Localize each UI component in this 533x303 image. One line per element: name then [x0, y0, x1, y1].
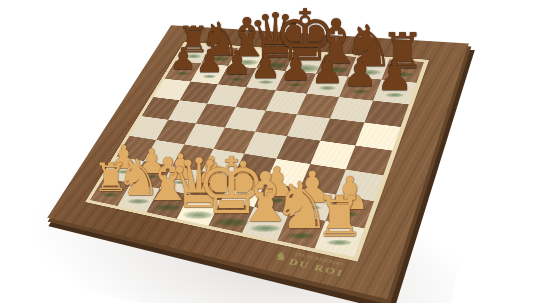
knight-rider-icon: ♞ [273, 250, 290, 264]
piece-white-rook-h1[interactable]: ♜ [314, 189, 364, 245]
piece-black-pawn-a7[interactable]: ♟ [169, 44, 196, 74]
piece-black-pawn-d7[interactable]: ♟ [250, 49, 281, 83]
piece-black-pawn-g7[interactable]: ♟ [343, 54, 378, 93]
piece-black-pawn-b7[interactable]: ♟ [195, 46, 223, 78]
product-photo-scene: ♞ LES ÉCHIQUIERS DU ROI ♜♞♝♛♚♝♞♜♟♟♟♟♟♟♟♟… [0, 0, 533, 303]
piece-black-pawn-f7[interactable]: ♟ [310, 52, 344, 90]
square-h5[interactable] [355, 123, 400, 151]
piece-black-pawn-h7[interactable]: ♟ [376, 55, 413, 96]
piece-black-pawn-c7[interactable]: ♟ [222, 47, 251, 80]
piece-black-pawn-e7[interactable]: ♟ [280, 50, 312, 86]
